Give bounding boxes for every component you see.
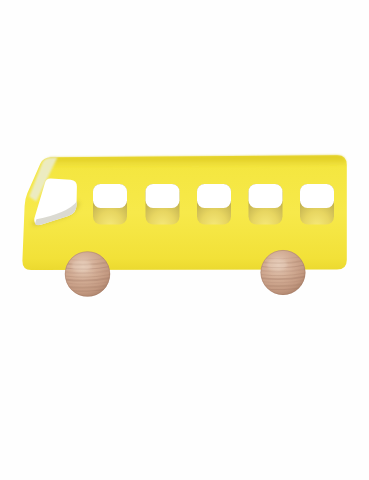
product-photo [0,0,369,480]
toy-bus-scene [0,0,369,480]
bus-window-2 [146,184,180,225]
window-opening [197,184,231,208]
bus-window-3 [197,184,231,225]
bus-window-4 [249,184,283,225]
front-wheel [65,251,110,296]
window-opening [249,184,283,208]
window-opening [300,184,334,208]
bus-window-1 [93,184,127,225]
rear-wheel [261,250,306,295]
wheel-sheen [267,259,287,271]
window-opening [146,184,180,208]
window-opening [93,184,127,208]
wheel-sheen [72,260,92,272]
bus-window-5 [300,184,334,225]
